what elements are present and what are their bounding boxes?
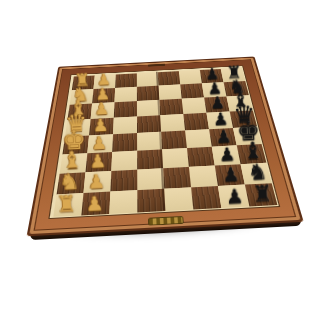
square-h2[interactable]: ♟ xyxy=(81,192,110,216)
black-pawn[interactable]: ♟ xyxy=(220,186,249,207)
white-rook[interactable]: ♜ xyxy=(52,192,81,216)
square-f5[interactable] xyxy=(162,148,189,168)
square-a3[interactable] xyxy=(115,73,137,88)
black-pawn[interactable]: ♟ xyxy=(217,165,245,185)
square-f3[interactable] xyxy=(111,151,137,171)
board-frame: ♜♟♟♜♞♟♟♞♝♟♟♝♛♟♟♛♚♟♟♚♝♟♟♝♞♟♟♞♜♟♟♜ xyxy=(27,57,304,237)
square-e5[interactable] xyxy=(161,130,187,149)
square-f4[interactable] xyxy=(137,149,163,169)
square-g3[interactable] xyxy=(110,170,137,192)
square-g4[interactable] xyxy=(137,168,164,190)
square-d5[interactable] xyxy=(160,114,185,132)
square-c5[interactable] xyxy=(159,99,183,115)
square-h7[interactable]: ♟ xyxy=(218,185,249,209)
square-h5[interactable] xyxy=(164,187,193,211)
white-pawn[interactable]: ♟ xyxy=(83,172,111,192)
square-d6[interactable] xyxy=(183,113,209,131)
square-g2[interactable]: ♟ xyxy=(83,171,111,193)
square-b3[interactable] xyxy=(115,87,137,103)
square-b6[interactable] xyxy=(180,83,204,98)
square-g6[interactable] xyxy=(189,166,218,188)
square-a6[interactable] xyxy=(179,70,202,84)
square-d4[interactable] xyxy=(137,115,161,133)
square-d3[interactable] xyxy=(113,116,137,134)
square-h1[interactable]: ♜ xyxy=(53,193,83,217)
square-g7[interactable]: ♟ xyxy=(215,164,245,186)
square-a5[interactable] xyxy=(158,71,180,86)
square-g5[interactable] xyxy=(163,167,191,189)
square-f6[interactable] xyxy=(187,147,215,167)
square-c6[interactable] xyxy=(182,98,207,114)
square-c4[interactable] xyxy=(137,100,160,117)
maker-stamp xyxy=(148,64,165,67)
white-pawn[interactable]: ♟ xyxy=(85,152,112,172)
square-h6[interactable] xyxy=(191,186,221,210)
chess-board: ♜♟♟♜♞♟♟♞♝♟♟♝♛♟♟♛♚♟♟♚♝♟♟♝♞♟♟♞♜♟♟♜ xyxy=(27,57,304,237)
black-rook[interactable]: ♜ xyxy=(248,182,277,206)
square-c3[interactable] xyxy=(114,101,137,118)
square-h3[interactable] xyxy=(109,190,137,214)
chess-set-photo: ♜♟♟♜♞♟♟♞♝♟♟♝♛♟♟♛♚♟♟♚♝♟♟♝♞♟♟♞♜♟♟♜ xyxy=(0,0,320,320)
square-h8[interactable]: ♜ xyxy=(245,183,278,206)
square-e6[interactable] xyxy=(185,129,212,148)
square-e3[interactable] xyxy=(112,133,137,152)
clasp-latch-icon xyxy=(148,216,184,226)
square-b5[interactable] xyxy=(159,84,182,99)
white-pawn[interactable]: ♟ xyxy=(80,193,109,214)
playing-surface: ♜♟♟♜♞♟♟♞♝♟♟♝♛♟♟♛♚♟♟♚♝♟♟♝♞♟♟♞♜♟♟♜ xyxy=(48,66,280,220)
